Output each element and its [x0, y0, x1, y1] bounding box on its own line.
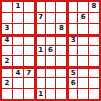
sudoku-cell-r3c5[interactable]: [46, 24, 56, 34]
sudoku-cell-r7c4[interactable]: [35, 67, 45, 77]
sudoku-cell-r2c7[interactable]: [67, 13, 77, 23]
sudoku-cell-r3c8[interactable]: [78, 24, 88, 34]
sudoku-cell-r6c1[interactable]: 2: [2, 56, 12, 66]
sudoku-cell-r3c4[interactable]: [35, 24, 45, 34]
sudoku-cell-r3c6[interactable]: 8: [56, 24, 66, 34]
sudoku-cell-r1c1[interactable]: [2, 2, 12, 12]
sudoku-cell-r8c2[interactable]: [13, 78, 23, 88]
sudoku-cell-r5c7[interactable]: [67, 46, 77, 56]
sudoku-cell-r9c7[interactable]: [67, 89, 77, 99]
sudoku-cell-r9c4[interactable]: 1: [35, 89, 45, 99]
sudoku-board: 18763843162475261: [0, 0, 101, 101]
sudoku-cell-r5c4[interactable]: 1: [35, 46, 45, 56]
sudoku-cell-r9c1[interactable]: [2, 89, 12, 99]
sudoku-cell-r5c8[interactable]: [78, 46, 88, 56]
sudoku-cell-r6c3[interactable]: [24, 56, 34, 66]
sudoku-cell-r2c9[interactable]: [89, 13, 99, 23]
sudoku-cell-r4c1[interactable]: 4: [2, 35, 12, 45]
sudoku-cell-r7c6[interactable]: [56, 67, 66, 77]
sudoku-cell-r7c1[interactable]: [2, 67, 12, 77]
sudoku-cell-r3c2[interactable]: [13, 24, 23, 34]
sudoku-cell-r2c3[interactable]: [24, 13, 34, 23]
sudoku-cell-r5c9[interactable]: [89, 46, 99, 56]
sudoku-cell-r1c3[interactable]: [24, 2, 34, 12]
sudoku-cell-r1c6[interactable]: [56, 2, 66, 12]
sudoku-cell-r2c1[interactable]: [2, 13, 12, 23]
sudoku-cell-r4c3[interactable]: [24, 35, 34, 45]
sudoku-cell-r8c6[interactable]: [56, 78, 66, 88]
sudoku-cell-r8c8[interactable]: [78, 78, 88, 88]
sudoku-cell-r4c2[interactable]: [13, 35, 23, 45]
sudoku-cell-r6c6[interactable]: [56, 56, 66, 66]
sudoku-cell-r1c8[interactable]: [78, 2, 88, 12]
sudoku-cell-r4c7[interactable]: 3: [67, 35, 77, 45]
sudoku-cell-r3c7[interactable]: [67, 24, 77, 34]
sudoku-cell-r9c3[interactable]: [24, 89, 34, 99]
sudoku-cell-r2c5[interactable]: [46, 13, 56, 23]
sudoku-cell-r5c6[interactable]: [56, 46, 66, 56]
sudoku-cell-r1c4[interactable]: [35, 2, 45, 12]
sudoku-cell-r2c8[interactable]: 6: [78, 13, 88, 23]
sudoku-cell-r8c1[interactable]: 2: [2, 78, 12, 88]
sudoku-cell-r6c4[interactable]: [35, 56, 45, 66]
sudoku-cell-r4c9[interactable]: [89, 35, 99, 45]
sudoku-cell-r9c9[interactable]: [89, 89, 99, 99]
sudoku-cell-r4c6[interactable]: [56, 35, 66, 45]
sudoku-cell-r8c3[interactable]: [24, 78, 34, 88]
sudoku-cell-r2c2[interactable]: [13, 13, 23, 23]
sudoku-cell-r6c2[interactable]: [13, 56, 23, 66]
sudoku-cell-r9c2[interactable]: [13, 89, 23, 99]
sudoku-cell-r6c8[interactable]: [78, 56, 88, 66]
sudoku-cell-r6c7[interactable]: [67, 56, 77, 66]
sudoku-cell-r3c3[interactable]: [24, 24, 34, 34]
sudoku-cell-r4c4[interactable]: [35, 35, 45, 45]
sudoku-cell-r8c7[interactable]: 6: [67, 78, 77, 88]
sudoku-cell-r8c5[interactable]: [46, 78, 56, 88]
sudoku-cell-r2c4[interactable]: 7: [35, 13, 45, 23]
sudoku-cell-r5c5[interactable]: 6: [46, 46, 56, 56]
sudoku-cell-r8c9[interactable]: [89, 78, 99, 88]
sudoku-cell-r7c2[interactable]: 4: [13, 67, 23, 77]
sudoku-cell-r1c2[interactable]: 1: [13, 2, 23, 12]
sudoku-cell-r8c4[interactable]: [35, 78, 45, 88]
sudoku-cell-r5c3[interactable]: [24, 46, 34, 56]
sudoku-cell-r6c9[interactable]: [89, 56, 99, 66]
sudoku-cell-r5c2[interactable]: [13, 46, 23, 56]
sudoku-cell-r1c7[interactable]: [67, 2, 77, 12]
sudoku-cell-r9c8[interactable]: [78, 89, 88, 99]
sudoku-cell-r7c7[interactable]: 5: [67, 67, 77, 77]
sudoku-cell-r3c9[interactable]: [89, 24, 99, 34]
sudoku-cell-r1c5[interactable]: [46, 2, 56, 12]
sudoku-cell-r7c8[interactable]: [78, 67, 88, 77]
sudoku-cell-r7c5[interactable]: [46, 67, 56, 77]
sudoku-cell-r9c5[interactable]: [46, 89, 56, 99]
sudoku-cell-r3c1[interactable]: 3: [2, 24, 12, 34]
sudoku-cell-r2c6[interactable]: [56, 13, 66, 23]
sudoku-cell-r5c1[interactable]: [2, 46, 12, 56]
sudoku-cell-r7c9[interactable]: [89, 67, 99, 77]
sudoku-cell-r6c5[interactable]: [46, 56, 56, 66]
sudoku-cell-r9c6[interactable]: [56, 89, 66, 99]
sudoku-cell-r4c8[interactable]: [78, 35, 88, 45]
sudoku-cell-r7c3[interactable]: 7: [24, 67, 34, 77]
sudoku-cell-r1c9[interactable]: 8: [89, 2, 99, 12]
sudoku-cell-r4c5[interactable]: [46, 35, 56, 45]
